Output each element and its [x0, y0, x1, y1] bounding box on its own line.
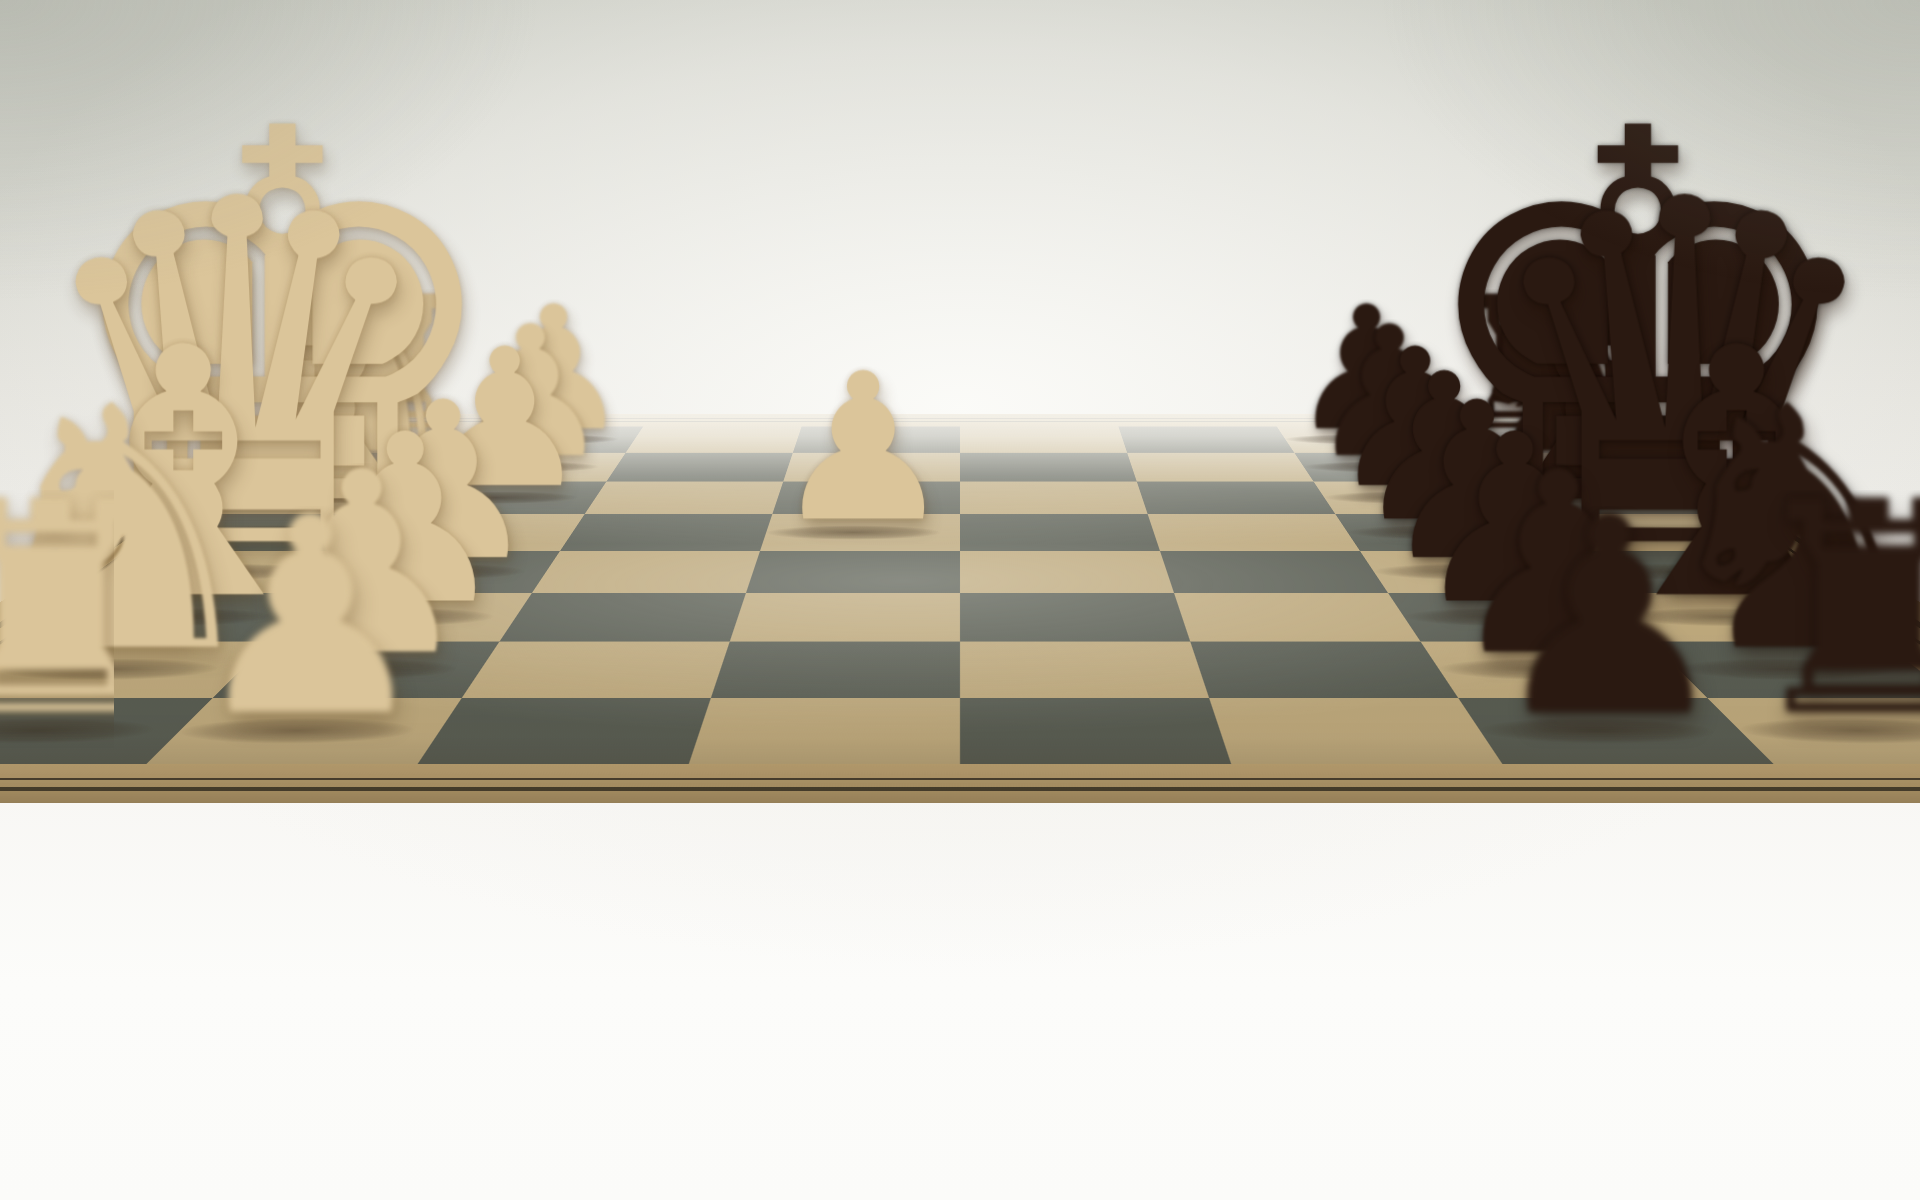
chessboard: ♜♟♟♜♞♟♟♞♝♟♟♝♚♟♟♚♛♟♟♛♝♟♟♝♞♟♟♞♜♟♟♜	[0, 426, 1920, 764]
pieces-layer: ♜♟♟♜♞♟♟♞♝♟♟♝♚♟♟♚♛♟♟♛♝♟♟♝♞♟♟♞♜♟♟♜	[0, 426, 1920, 764]
white-rook-glyph: ♜	[0, 490, 182, 730]
black-pawn-glyph: ♟	[1487, 506, 1731, 730]
photo-scene: ♜♟♟♜♞♟♟♞♝♟♟♝♚♟♟♚♛♟♟♛♝♟♟♝♞♟♟♞♜♟♟♜	[0, 0, 1920, 1200]
black-rook-glyph: ♜	[1738, 490, 1920, 730]
white-pawn-glyph: ♟	[772, 365, 954, 532]
white-pawn-glyph: ♟	[188, 506, 432, 730]
